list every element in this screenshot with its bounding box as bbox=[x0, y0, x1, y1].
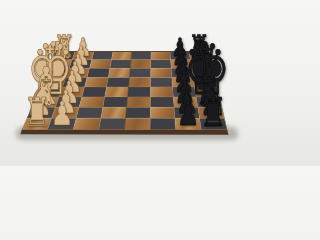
black-rook[interactable]: ♜ bbox=[199, 92, 227, 132]
square-f3[interactable] bbox=[79, 97, 105, 107]
square-b3[interactable] bbox=[90, 60, 112, 69]
square-c6[interactable] bbox=[151, 68, 172, 77]
square-h4[interactable] bbox=[99, 118, 126, 129]
square-d4[interactable] bbox=[107, 77, 130, 87]
chess-set-photo: ♜♟♟♜♞♟♟♞♝♟♟♝♛♟♟♛♚♟♟♚♝♟♟♝♞♟♟♞♜♟♟♜ bbox=[0, 0, 250, 166]
white-pawn[interactable]: ♟ bbox=[51, 97, 74, 130]
square-d6[interactable] bbox=[151, 77, 173, 87]
square-e4[interactable] bbox=[105, 87, 129, 97]
square-h3[interactable] bbox=[73, 118, 101, 129]
square-e6[interactable] bbox=[150, 87, 173, 97]
square-c5[interactable] bbox=[130, 68, 151, 77]
square-c4[interactable] bbox=[108, 68, 130, 77]
square-a3[interactable] bbox=[92, 52, 113, 60]
square-a5[interactable] bbox=[131, 52, 151, 60]
square-e3[interactable] bbox=[82, 87, 107, 97]
square-b4[interactable] bbox=[110, 60, 131, 69]
square-g4[interactable] bbox=[101, 107, 127, 118]
white-rook[interactable]: ♜ bbox=[23, 92, 51, 132]
square-b5[interactable] bbox=[130, 60, 151, 69]
square-g6[interactable] bbox=[150, 107, 175, 118]
square-f6[interactable] bbox=[150, 97, 174, 107]
square-f5[interactable] bbox=[127, 97, 151, 107]
square-a4[interactable] bbox=[112, 52, 132, 60]
square-g5[interactable] bbox=[126, 107, 151, 118]
square-h6[interactable] bbox=[150, 118, 176, 129]
square-g3[interactable] bbox=[76, 107, 103, 118]
square-d5[interactable] bbox=[129, 77, 151, 87]
square-c3[interactable] bbox=[87, 68, 110, 77]
square-a6[interactable] bbox=[151, 52, 171, 60]
square-b6[interactable] bbox=[151, 60, 171, 69]
square-f4[interactable] bbox=[103, 97, 128, 107]
square-e5[interactable] bbox=[128, 87, 151, 97]
square-h5[interactable] bbox=[125, 118, 151, 129]
black-pawn[interactable]: ♟ bbox=[176, 97, 199, 130]
square-d3[interactable] bbox=[85, 77, 109, 87]
